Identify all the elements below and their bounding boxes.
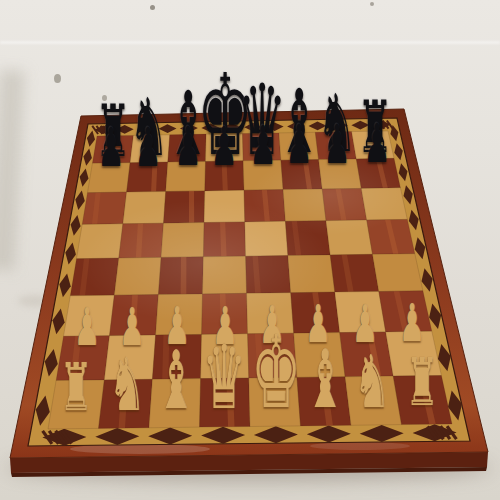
- square-a3[interactable]: [64, 295, 115, 336]
- square-e2[interactable]: [248, 333, 297, 378]
- square-h8[interactable]: [352, 131, 394, 159]
- square-a1[interactable]: [48, 380, 104, 429]
- square-h2[interactable]: [386, 331, 442, 376]
- square-g1[interactable]: [345, 376, 401, 425]
- square-grain: [162, 335, 169, 379]
- square-d2[interactable]: [201, 334, 249, 379]
- square-b8[interactable]: [130, 135, 170, 163]
- square-d8[interactable]: [206, 134, 244, 162]
- chessboard-photo: ♜♞♝♚♛♝♞♜♟♟♟♟♟♟♟♟♟♟♟♟♟♟♟♟♜♞♝♛♚♝♞♜: [0, 0, 500, 500]
- square-a8[interactable]: [92, 135, 133, 163]
- square-g3[interactable]: [335, 292, 386, 333]
- square-f2[interactable]: [294, 333, 345, 378]
- square-c8[interactable]: [168, 134, 206, 162]
- square-a7[interactable]: [88, 163, 131, 193]
- square-d1[interactable]: [200, 378, 251, 427]
- square-c2[interactable]: [152, 334, 201, 379]
- chess-board: [0, 0, 500, 500]
- square-b2[interactable]: [104, 335, 155, 380]
- square-c1[interactable]: [149, 379, 201, 428]
- square-b7[interactable]: [127, 162, 168, 192]
- board-sheen: [250, 155, 410, 235]
- square-g2[interactable]: [340, 332, 394, 377]
- square-g4[interactable]: [330, 254, 379, 292]
- square-grain: [188, 134, 193, 161]
- square-h4[interactable]: [373, 254, 423, 292]
- square-a2[interactable]: [56, 336, 109, 381]
- square-e1[interactable]: [249, 377, 301, 426]
- square-c7[interactable]: [166, 162, 206, 192]
